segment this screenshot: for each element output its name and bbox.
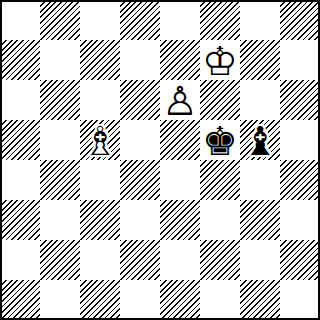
- square-h2: [280, 240, 320, 280]
- square-d8: [120, 0, 160, 40]
- square-g6: [240, 80, 280, 120]
- white-bishop-icon: ♗: [80, 120, 120, 160]
- square-b3: [40, 200, 80, 240]
- square-c4: [80, 160, 120, 200]
- square-b5: [40, 120, 80, 160]
- square-a4: [0, 160, 40, 200]
- board-grid: ♚♔♟♙♝♗♚♚♝♝: [0, 0, 320, 320]
- square-h1: [280, 280, 320, 320]
- square-d1: [120, 280, 160, 320]
- square-e1: [160, 280, 200, 320]
- square-d7: [120, 40, 160, 80]
- square-e7: [160, 40, 200, 80]
- square-a1: [0, 280, 40, 320]
- square-g1: [240, 280, 280, 320]
- piece-white-bishop: ♝♗: [80, 120, 120, 160]
- square-g5: ♝♝: [240, 120, 280, 160]
- square-g8: [240, 0, 280, 40]
- square-b6: [40, 80, 80, 120]
- square-c8: [80, 0, 120, 40]
- square-c5: ♝♗: [80, 120, 120, 160]
- white-pawn-icon: ♙: [160, 80, 200, 120]
- square-f5: ♚♚: [200, 120, 240, 160]
- square-e5: [160, 120, 200, 160]
- square-e6: ♟♙: [160, 80, 200, 120]
- square-g7: [240, 40, 280, 80]
- square-h3: [280, 200, 320, 240]
- square-b2: [40, 240, 80, 280]
- square-a3: [0, 200, 40, 240]
- black-bishop-icon: ♝: [240, 120, 280, 160]
- chess-board: ♚♔♟♙♝♗♚♚♝♝: [0, 0, 320, 320]
- square-e3: [160, 200, 200, 240]
- square-a6: [0, 80, 40, 120]
- square-e8: [160, 0, 200, 40]
- square-b7: [40, 40, 80, 80]
- square-g3: [240, 200, 280, 240]
- piece-black-bishop: ♝♝: [240, 120, 280, 160]
- square-h6: [280, 80, 320, 120]
- square-a5: [0, 120, 40, 160]
- square-h8: [280, 0, 320, 40]
- square-c1: [80, 280, 120, 320]
- square-c7: [80, 40, 120, 80]
- white-king-icon: ♔: [200, 40, 240, 80]
- square-e4: [160, 160, 200, 200]
- square-f8: [200, 0, 240, 40]
- square-a2: [0, 240, 40, 280]
- square-d4: [120, 160, 160, 200]
- square-f3: [200, 200, 240, 240]
- square-c3: [80, 200, 120, 240]
- square-d5: [120, 120, 160, 160]
- square-f1: [200, 280, 240, 320]
- square-g2: [240, 240, 280, 280]
- square-f4: [200, 160, 240, 200]
- square-h7: [280, 40, 320, 80]
- square-f7: ♚♔: [200, 40, 240, 80]
- piece-white-pawn: ♟♙: [160, 80, 200, 120]
- square-f6: [200, 80, 240, 120]
- piece-white-king: ♚♔: [200, 40, 240, 80]
- square-g4: [240, 160, 280, 200]
- square-h4: [280, 160, 320, 200]
- square-a7: [0, 40, 40, 80]
- piece-black-king: ♚♚: [200, 120, 240, 160]
- square-b1: [40, 280, 80, 320]
- square-f2: [200, 240, 240, 280]
- square-c2: [80, 240, 120, 280]
- square-h5: [280, 120, 320, 160]
- square-d6: [120, 80, 160, 120]
- square-d2: [120, 240, 160, 280]
- square-b8: [40, 0, 80, 40]
- square-d3: [120, 200, 160, 240]
- black-king-icon: ♚: [200, 120, 240, 160]
- square-b4: [40, 160, 80, 200]
- square-a8: [0, 0, 40, 40]
- square-e2: [160, 240, 200, 280]
- square-c6: [80, 80, 120, 120]
